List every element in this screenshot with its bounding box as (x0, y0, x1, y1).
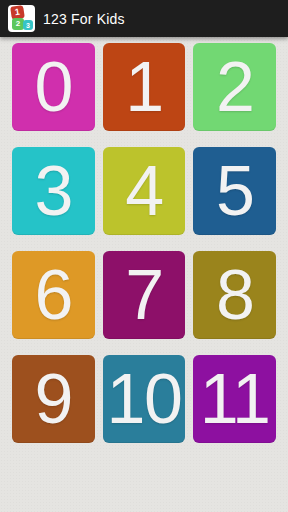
app-title: 123 For Kids (43, 11, 125, 27)
tile-number: 3 (35, 156, 72, 226)
tile-number: 8 (216, 260, 253, 330)
number-tile-1[interactable]: 1 (103, 43, 186, 131)
tile-number: 4 (125, 156, 162, 226)
number-grid: 01234567891011 (0, 37, 288, 449)
tile-number: 6 (35, 260, 72, 330)
tile-number: 1 (125, 52, 162, 122)
tile-number: 2 (216, 52, 253, 122)
tile-number: 0 (35, 52, 72, 122)
app-bar: 1 2 3 123 For Kids (0, 0, 288, 37)
tile-number: 10 (107, 364, 182, 434)
number-tile-4[interactable]: 4 (103, 147, 186, 235)
tile-number: 7 (125, 260, 162, 330)
app-icon-tile-3: 3 (23, 20, 33, 30)
number-tile-7[interactable]: 7 (103, 251, 186, 339)
number-tile-5[interactable]: 5 (193, 147, 276, 235)
number-tile-0[interactable]: 0 (12, 43, 95, 131)
number-tile-11[interactable]: 11 (193, 355, 276, 443)
number-tile-6[interactable]: 6 (12, 251, 95, 339)
number-tile-8[interactable]: 8 (193, 251, 276, 339)
tile-number: 11 (200, 364, 270, 434)
app-icon: 1 2 3 (8, 5, 35, 32)
number-tile-10[interactable]: 10 (103, 355, 186, 443)
number-tile-2[interactable]: 2 (193, 43, 276, 131)
number-tile-9[interactable]: 9 (12, 355, 95, 443)
tile-number: 5 (216, 156, 253, 226)
number-tile-3[interactable]: 3 (12, 147, 95, 235)
app-screen: 1 2 3 123 For Kids 01234567891011 (0, 0, 288, 512)
tile-number: 9 (35, 364, 72, 434)
